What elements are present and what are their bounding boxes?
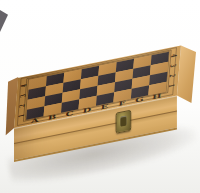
clasp-keeper: [120, 116, 126, 127]
rank-labels-left: 4321: [16, 80, 28, 122]
brass-clasp-icon: [116, 110, 131, 134]
photo-artifact-corner: [0, 10, 8, 32]
rank-labels-right: 4321: [167, 50, 179, 92]
product-photo-scene: ABCDEFGH 4321 4321: [0, 0, 200, 193]
